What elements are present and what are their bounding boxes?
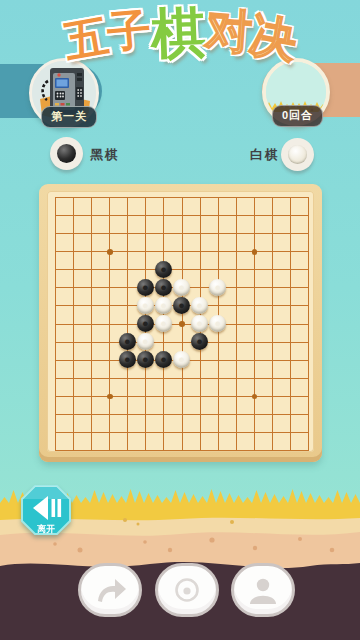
white-stone: ● bbox=[209, 279, 227, 297]
white-stone: ● bbox=[155, 297, 173, 315]
title-char: 子 bbox=[105, 7, 153, 55]
black-stone-tray bbox=[50, 137, 83, 170]
white-stone-tray bbox=[281, 138, 314, 171]
grid-lines: ●●●●●●●●●●●●●●●●●●●● bbox=[55, 197, 309, 451]
app-title: 五子棋对决 bbox=[0, 0, 360, 62]
white-stone: ● bbox=[137, 333, 155, 351]
black-stone: ● bbox=[137, 315, 155, 333]
white-stone: ● bbox=[191, 315, 209, 333]
back-button-label: 离开 bbox=[37, 524, 55, 534]
white-player-label: 白棋 bbox=[250, 146, 280, 164]
record-button[interactable] bbox=[155, 563, 219, 617]
back-button[interactable]: 离开 bbox=[19, 483, 73, 537]
title-char: 五 bbox=[60, 13, 111, 64]
title-char: 对 bbox=[204, 6, 253, 55]
black-player-label: 黑棋 bbox=[90, 146, 120, 164]
star-point bbox=[107, 249, 113, 255]
share-button[interactable] bbox=[78, 563, 142, 617]
profile-icon bbox=[245, 573, 281, 607]
black-stone: ● bbox=[155, 261, 173, 279]
board-surface: ●●●●●●●●●●●●●●●●●●●● bbox=[47, 191, 314, 452]
black-stone: ● bbox=[137, 351, 155, 369]
black-stone: ● bbox=[137, 279, 155, 297]
star-point bbox=[179, 321, 185, 327]
white-stone: ● bbox=[137, 297, 155, 315]
white-stone-icon bbox=[288, 145, 307, 164]
share-icon bbox=[90, 573, 130, 607]
white-stone: ● bbox=[173, 279, 191, 297]
black-stone: ● bbox=[119, 333, 137, 351]
star-point bbox=[252, 249, 258, 255]
white-stone: ● bbox=[191, 297, 209, 315]
black-stone: ● bbox=[155, 279, 173, 297]
black-stone: ● bbox=[191, 333, 209, 351]
level-badge: 第一关 bbox=[41, 106, 97, 128]
profile-button[interactable] bbox=[231, 563, 295, 617]
game-board[interactable]: ●●●●●●●●●●●●●●●●●●●● bbox=[39, 184, 322, 462]
white-stone: ● bbox=[155, 315, 173, 333]
black-stone: ● bbox=[119, 351, 137, 369]
title-char: 棋 bbox=[150, 5, 207, 62]
star-point bbox=[107, 394, 113, 400]
gomoku-app-screen: 五子棋对决 第一关 bbox=[0, 0, 360, 640]
record-icon bbox=[170, 573, 204, 607]
black-stone-icon bbox=[57, 144, 76, 163]
black-stone: ● bbox=[155, 351, 173, 369]
white-stone: ● bbox=[209, 315, 227, 333]
title-char: 决 bbox=[247, 11, 300, 64]
round-badge: 0回合 bbox=[272, 105, 323, 127]
black-stone: ● bbox=[173, 297, 191, 315]
white-stone: ● bbox=[173, 351, 191, 369]
